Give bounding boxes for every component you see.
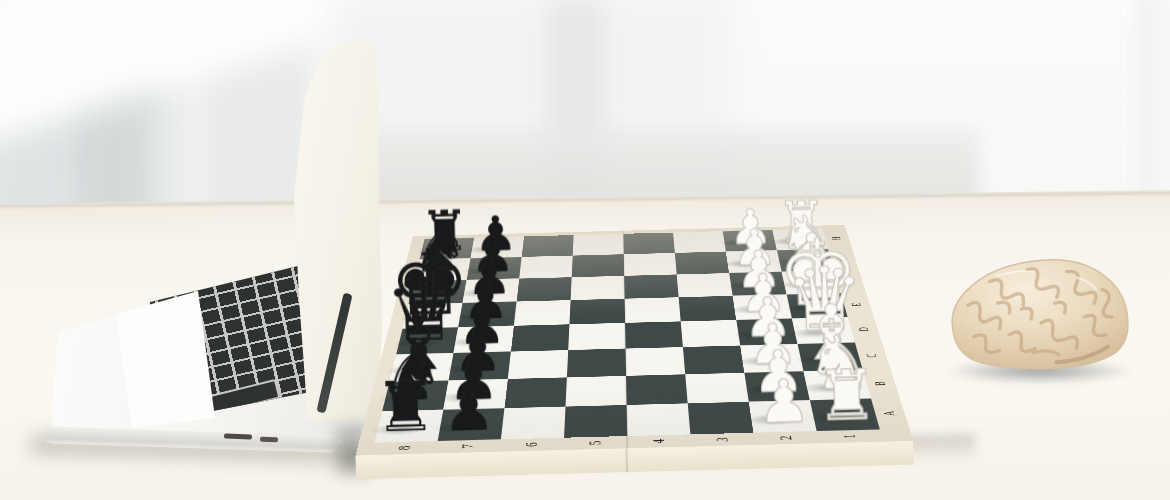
square-b4[interactable] — [626, 374, 688, 405]
square-e5[interactable] — [569, 299, 625, 325]
square-b5[interactable] — [566, 376, 627, 407]
black-rook-a8[interactable]: ♜ — [374, 374, 438, 441]
file-label-E: E — [828, 299, 886, 311]
file-label-A: A — [857, 406, 923, 421]
chessboard-surface: ♜♟♟♜♞♟♟♞♝♟♟♝♚♟♟♚♛♟♟♛♝♟♟♝♞♟♟♞♜♟♟♜ 8765432… — [356, 225, 914, 455]
square-g5[interactable] — [572, 254, 625, 277]
chessboard: ♜♟♟♜♞♟♟♞♝♟♟♝♚♟♟♚♛♟♟♛♝♟♟♝♞♟♟♞♜♟♟♜ 8765432… — [349, 179, 922, 456]
square-d5[interactable] — [568, 323, 625, 350]
square-c3[interactable] — [683, 346, 744, 375]
square-b6[interactable] — [504, 377, 566, 408]
square-f4[interactable] — [624, 274, 678, 298]
square-e3[interactable] — [679, 296, 737, 322]
square-g6[interactable] — [519, 256, 573, 279]
square-h5[interactable] — [573, 234, 624, 256]
file-label-B: B — [849, 377, 913, 391]
file-label-F: F — [822, 276, 878, 287]
square-c4[interactable] — [626, 347, 686, 376]
square-d6[interactable] — [511, 324, 570, 351]
square-h4[interactable] — [623, 233, 674, 255]
square-f3[interactable] — [677, 273, 733, 297]
file-label-D: D — [834, 323, 894, 335]
square-h6[interactable] — [522, 235, 574, 257]
square-g4[interactable] — [624, 253, 677, 276]
square-f6[interactable] — [517, 277, 572, 301]
square-h3[interactable] — [673, 231, 726, 253]
square-e6[interactable] — [514, 300, 571, 326]
square-d3[interactable] — [681, 320, 741, 347]
brain-model — [936, 246, 1138, 384]
laptop-port — [260, 437, 278, 443]
file-label-C: C — [841, 349, 903, 362]
square-b3[interactable] — [685, 373, 749, 404]
square-c6[interactable] — [508, 350, 568, 379]
square-f5[interactable] — [571, 276, 625, 300]
square-g3[interactable] — [675, 252, 729, 275]
file-label-G: G — [816, 254, 871, 264]
square-e4[interactable] — [625, 297, 681, 323]
board-squares: ♜♟♟♜♞♟♟♞♝♟♟♝♚♟♟♚♛♟♟♛♝♟♟♝♞♟♟♞♜♟♟♜ — [375, 229, 880, 443]
square-c5[interactable] — [567, 349, 626, 378]
laptop-port — [224, 434, 252, 440]
square-d4[interactable] — [625, 321, 683, 348]
scene: ♜♟♟♜♞♟♟♞♝♟♟♝♚♟♟♚♛♟♟♛♝♟♟♝♞♟♟♞♜♟♟♜ 8765432… — [0, 0, 1170, 500]
file-label-H: H — [810, 233, 863, 243]
